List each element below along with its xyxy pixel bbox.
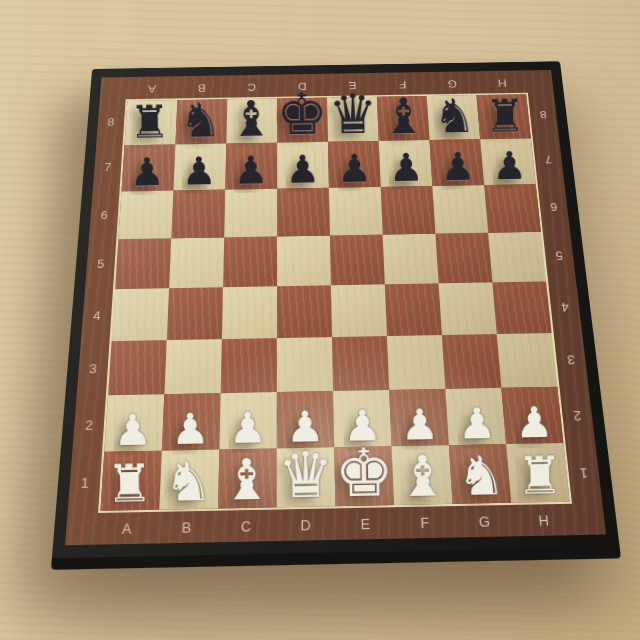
square-d7: ♟: [277, 142, 329, 189]
black-bishop: ♝: [229, 95, 274, 142]
square-h7: ♟: [480, 138, 536, 185]
square-c2: ♟: [219, 392, 277, 449]
black-pawn: ♟: [440, 148, 475, 185]
rank-label-left-4: 4: [83, 289, 111, 342]
square-e7: ♟: [328, 141, 381, 188]
square-h6: [484, 184, 541, 233]
rank-label-right-5: 5: [545, 231, 574, 281]
square-h4: [492, 281, 551, 334]
square-c4: [222, 286, 277, 339]
square-a8: ♜: [124, 100, 177, 145]
square-f8: ♝: [377, 96, 430, 141]
square-h5: [488, 232, 546, 283]
square-g7: ♟: [430, 139, 485, 186]
file-label-bottom-e: E: [336, 514, 396, 532]
square-f6: [381, 186, 436, 235]
white-bishop: ♝: [221, 453, 273, 508]
rank-label-left-5: 5: [87, 239, 114, 290]
black-rook: ♜: [485, 95, 526, 139]
square-e6: [329, 187, 383, 236]
square-c7: ♟: [225, 143, 277, 190]
square-d6: [277, 188, 330, 237]
square-e8: ♛: [327, 97, 379, 142]
black-pawn: ♟: [389, 149, 424, 186]
square-b4: [167, 287, 223, 340]
board-grid: ♜♞♝♚♛♝♞♜♟♟♟♟♟♟♟♟♟♟♟♟♟♟♟♟♜♞♝♛♚♝♞♜: [98, 93, 572, 513]
square-d1: ♛: [277, 447, 336, 507]
rank-label-left-3: 3: [79, 342, 108, 397]
black-pawn: ♟: [285, 151, 320, 188]
white-rook: ♜: [516, 451, 563, 501]
square-h3: [497, 333, 558, 388]
square-e5: [330, 235, 385, 286]
rank-label-right-3: 3: [556, 333, 587, 388]
photo-scene: ABCDEFGH ABCDEFGH 87654321 87654321 ♜♞♝♚…: [74, 28, 588, 552]
white-queen: ♛: [277, 445, 335, 506]
white-pawn: ♟: [113, 409, 152, 450]
square-b2: ♟: [162, 393, 221, 451]
file-label-top-a: A: [126, 82, 177, 95]
white-pawn: ♟: [171, 408, 210, 449]
square-f1: ♝: [392, 445, 453, 505]
board-border: ABCDEFGH ABCDEFGH 87654321 87654321 ♜♞♝♚…: [65, 70, 606, 545]
rank-label-left-2: 2: [74, 396, 103, 454]
white-knight: ♞: [457, 450, 506, 502]
square-a7: ♟: [121, 144, 175, 191]
rank-label-left-1: 1: [70, 453, 100, 513]
white-rook: ♜: [106, 459, 154, 509]
square-b1: ♞: [159, 450, 219, 510]
square-g8: ♞: [427, 95, 481, 140]
black-pawn: ♟: [181, 152, 216, 189]
square-a2: ♟: [104, 394, 164, 452]
square-c8: ♝: [226, 98, 277, 143]
square-g6: [432, 185, 488, 234]
black-pawn: ♟: [492, 147, 527, 184]
black-bishop: ♝: [381, 93, 426, 140]
black-pawn: ♟: [130, 153, 165, 190]
square-e4: [331, 284, 387, 337]
black-queen: ♛: [328, 88, 378, 141]
rank-label-right-4: 4: [550, 281, 580, 334]
square-f2: ♟: [389, 389, 449, 446]
black-knight: ♞: [433, 94, 476, 139]
black-pawn: ♟: [233, 152, 268, 189]
black-knight: ♞: [179, 98, 222, 143]
square-h8: ♜: [476, 94, 530, 139]
rank-label-left-6: 6: [91, 191, 118, 240]
white-king: ♚: [334, 441, 394, 505]
square-b5: [169, 237, 224, 288]
square-f3: [387, 335, 445, 390]
square-f5: [383, 234, 439, 285]
square-b3: [164, 339, 222, 394]
square-b6: [171, 190, 225, 239]
square-d4: [277, 285, 332, 338]
square-g1: ♞: [449, 444, 511, 504]
rank-label-right-7: 7: [534, 137, 562, 184]
rank-label-left-7: 7: [95, 144, 121, 191]
file-label-bottom-g: G: [454, 512, 515, 530]
file-label-bottom-d: D: [276, 516, 336, 534]
black-rook: ♜: [129, 101, 170, 145]
black-king: ♚: [276, 87, 328, 142]
square-b8: ♞: [175, 99, 227, 144]
black-pawn: ♟: [337, 150, 372, 187]
square-g2: ♟: [445, 388, 506, 445]
square-f7: ♟: [379, 140, 433, 187]
square-g4: [439, 282, 497, 335]
square-a5: [115, 238, 171, 289]
file-labels-bottom: ABCDEFGH: [96, 508, 575, 540]
square-c3: [221, 338, 277, 393]
square-b7: ♟: [173, 144, 226, 191]
square-c1: ♝: [218, 448, 277, 508]
square-h2: ♟: [501, 387, 563, 444]
rank-label-right-2: 2: [562, 387, 594, 444]
rank-label-right-6: 6: [539, 183, 568, 231]
white-pawn: ♟: [228, 407, 267, 448]
square-g5: [435, 233, 492, 284]
file-label-top-h: H: [476, 76, 527, 89]
square-f4: [385, 283, 442, 336]
white-knight: ♞: [163, 456, 213, 509]
square-g3: [442, 334, 501, 389]
square-h1: ♜: [506, 443, 569, 503]
square-c5: [223, 237, 277, 288]
white-pawn: ♟: [400, 404, 439, 445]
square-c6: [224, 189, 277, 238]
file-label-bottom-f: F: [395, 513, 455, 531]
square-e1: ♚: [334, 446, 394, 506]
file-label-bottom-b: B: [156, 518, 216, 536]
rank-label-left-8: 8: [98, 99, 124, 144]
rank-label-right-1: 1: [568, 444, 600, 504]
square-e3: [332, 336, 389, 391]
square-d3: [277, 337, 333, 392]
square-a6: [118, 190, 173, 239]
white-pawn: ♟: [515, 402, 554, 443]
white-pawn: ♟: [458, 403, 497, 444]
square-d5: [277, 236, 331, 287]
square-a1: ♜: [100, 451, 161, 511]
file-label-bottom-a: A: [96, 519, 157, 537]
file-label-bottom-c: C: [216, 517, 276, 535]
square-d8: ♚: [277, 98, 328, 143]
rank-label-right-8: 8: [530, 92, 557, 137]
square-a3: [108, 340, 167, 395]
file-label-bottom-h: H: [514, 511, 575, 529]
white-bishop: ♝: [397, 449, 448, 504]
square-a4: [112, 288, 169, 341]
chess-board-frame: ABCDEFGH ABCDEFGH 87654321 87654321 ♜♞♝♚…: [51, 61, 621, 570]
